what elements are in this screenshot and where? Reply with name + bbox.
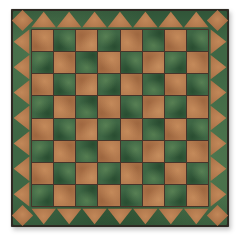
border-triangle xyxy=(210,156,227,181)
board-square xyxy=(187,30,208,51)
board-square xyxy=(165,163,186,184)
border-triangle xyxy=(56,11,81,28)
board-square xyxy=(121,185,142,206)
border-triangle xyxy=(82,208,107,225)
board-square xyxy=(32,119,53,140)
border-triangle xyxy=(13,182,30,207)
decorative-border-band xyxy=(13,11,227,225)
playing-field-grid xyxy=(31,29,209,207)
border-triangle-strip-bottom xyxy=(31,208,209,225)
border-triangle xyxy=(107,208,132,225)
board-square xyxy=(165,185,186,206)
board-square xyxy=(143,96,164,117)
board-square xyxy=(54,74,75,95)
border-triangle-strip-left xyxy=(13,29,30,207)
border-triangle-strip-right xyxy=(210,29,227,207)
board-square xyxy=(98,185,119,206)
border-triangle xyxy=(210,105,227,130)
border-triangle xyxy=(13,54,30,79)
board-square xyxy=(121,163,142,184)
board-square xyxy=(165,74,186,95)
board-square xyxy=(32,30,53,51)
board-square xyxy=(143,141,164,162)
corner-diamond xyxy=(207,10,228,31)
board-square xyxy=(98,96,119,117)
board-square xyxy=(54,163,75,184)
board-square xyxy=(32,96,53,117)
board-square xyxy=(187,52,208,73)
board-square xyxy=(165,96,186,117)
board-square xyxy=(143,30,164,51)
border-triangle xyxy=(31,11,56,28)
border-triangle xyxy=(210,54,227,79)
board-square xyxy=(76,141,97,162)
board-square xyxy=(54,96,75,117)
board-square xyxy=(143,52,164,73)
border-triangle xyxy=(13,131,30,156)
board-square xyxy=(121,74,142,95)
board-square xyxy=(187,119,208,140)
board-square xyxy=(165,141,186,162)
board-square xyxy=(121,141,142,162)
board-square xyxy=(121,96,142,117)
corner-diamond xyxy=(12,205,33,226)
board-square xyxy=(54,52,75,73)
border-triangle xyxy=(210,29,227,54)
border-triangle xyxy=(133,208,158,225)
board-square xyxy=(54,30,75,51)
board-photo xyxy=(0,0,240,240)
border-triangle xyxy=(13,156,30,181)
corner-diamond xyxy=(12,10,33,31)
board-square xyxy=(98,163,119,184)
board-square xyxy=(32,74,53,95)
corner-diamond xyxy=(207,205,228,226)
border-triangle xyxy=(31,208,56,225)
board-square xyxy=(98,141,119,162)
border-triangle xyxy=(13,80,30,105)
border-triangle xyxy=(158,11,183,28)
border-triangle xyxy=(210,131,227,156)
board-square xyxy=(76,185,97,206)
board-square xyxy=(54,185,75,206)
border-triangle xyxy=(82,11,107,28)
board-square xyxy=(98,74,119,95)
board-square xyxy=(98,52,119,73)
board-square xyxy=(165,30,186,51)
board-square xyxy=(32,141,53,162)
board-square xyxy=(76,96,97,117)
border-triangle xyxy=(210,80,227,105)
border-triangle xyxy=(13,105,30,130)
border-triangle-strip-top xyxy=(31,11,209,28)
board-square xyxy=(143,74,164,95)
board-square xyxy=(32,52,53,73)
game-board xyxy=(11,9,229,227)
border-triangle xyxy=(133,11,158,28)
board-square xyxy=(121,119,142,140)
border-triangle xyxy=(158,208,183,225)
board-square xyxy=(32,163,53,184)
board-square xyxy=(76,74,97,95)
board-square xyxy=(76,30,97,51)
board-square xyxy=(54,141,75,162)
border-triangle xyxy=(107,11,132,28)
board-square xyxy=(187,163,208,184)
board-square xyxy=(76,52,97,73)
board-square xyxy=(98,30,119,51)
board-square xyxy=(54,119,75,140)
border-triangle xyxy=(210,182,227,207)
board-square xyxy=(165,52,186,73)
board-square xyxy=(143,119,164,140)
board-square xyxy=(187,96,208,117)
board-square xyxy=(32,185,53,206)
border-triangle xyxy=(184,208,209,225)
board-square xyxy=(98,119,119,140)
border-triangle xyxy=(13,29,30,54)
board-square xyxy=(121,52,142,73)
board-square xyxy=(187,185,208,206)
board-square xyxy=(76,163,97,184)
board-square xyxy=(76,119,97,140)
board-square xyxy=(121,30,142,51)
board-square xyxy=(187,74,208,95)
board-square xyxy=(143,163,164,184)
board-square xyxy=(187,141,208,162)
border-triangle xyxy=(56,208,81,225)
board-square xyxy=(165,119,186,140)
border-triangle xyxy=(184,11,209,28)
board-square xyxy=(143,185,164,206)
